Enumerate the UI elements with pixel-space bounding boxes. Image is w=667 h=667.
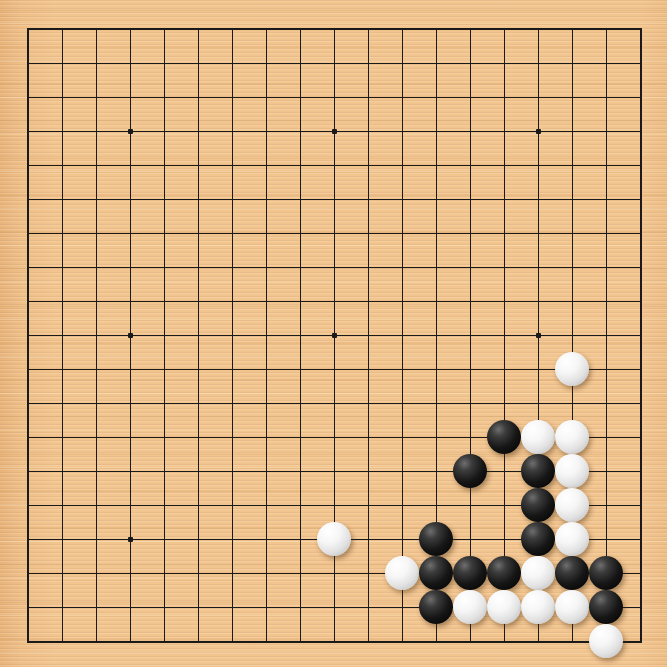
star-point [128, 537, 133, 542]
black-stone [521, 488, 555, 522]
white-stone [521, 590, 555, 624]
black-stone [419, 522, 453, 556]
white-stone [555, 488, 589, 522]
black-stone [453, 556, 487, 590]
white-stone [555, 352, 589, 386]
star-point [332, 333, 337, 338]
black-stone [521, 454, 555, 488]
white-stone [453, 590, 487, 624]
star-point [332, 129, 337, 134]
white-stone [555, 590, 589, 624]
white-stone [487, 590, 521, 624]
star-point [128, 129, 133, 134]
white-stone [521, 420, 555, 454]
white-stone [589, 624, 623, 658]
black-stone [589, 590, 623, 624]
black-stone [487, 420, 521, 454]
star-point [128, 333, 133, 338]
go-board[interactable] [0, 0, 667, 667]
black-stone [419, 556, 453, 590]
white-stone [385, 556, 419, 590]
white-stone [555, 454, 589, 488]
black-stone [487, 556, 521, 590]
black-stone [521, 522, 555, 556]
star-point [536, 129, 541, 134]
black-stone [555, 556, 589, 590]
white-stone [317, 522, 351, 556]
white-stone [521, 556, 555, 590]
white-stone [555, 420, 589, 454]
black-stone [419, 590, 453, 624]
white-stone [555, 522, 589, 556]
black-stone [589, 556, 623, 590]
star-point [536, 333, 541, 338]
black-stone [453, 454, 487, 488]
